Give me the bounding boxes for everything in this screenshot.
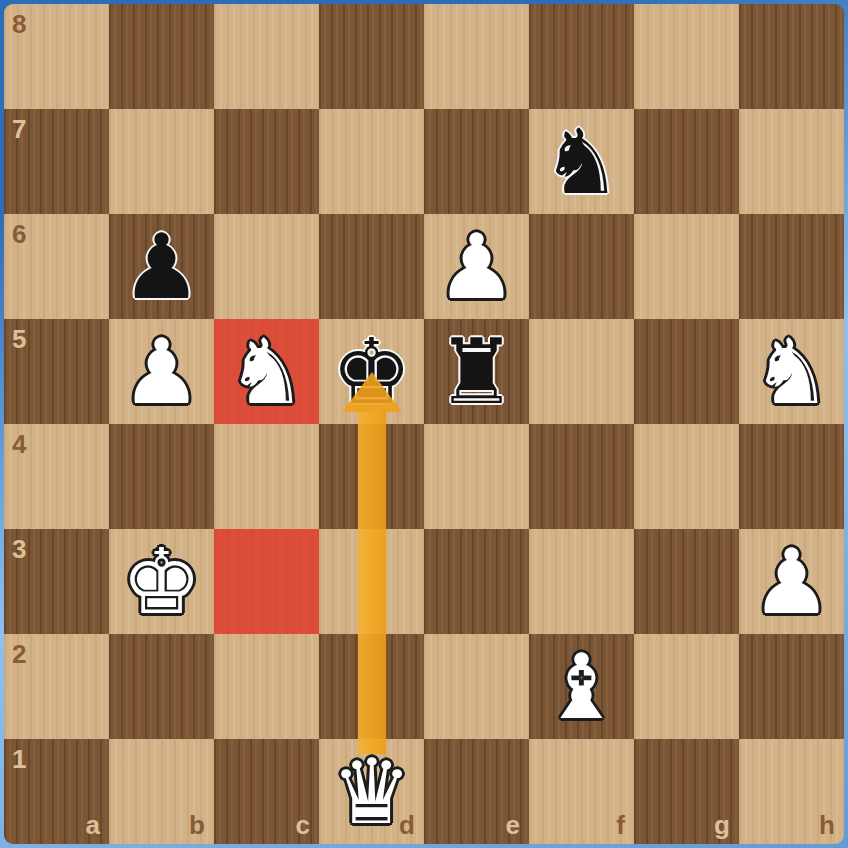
chess-board: 87♞6♟♟5♟♞♚♜♞43♚♟2♝1abcd♛efgh — [4, 4, 844, 844]
square-b6[interactable]: ♟ — [109, 214, 214, 319]
rank-label-5: 5 — [12, 324, 26, 355]
square-e1[interactable]: e — [424, 739, 529, 844]
rank-label-2: 2 — [12, 639, 26, 670]
chess-app-background: { "game": "chess", "position": { "fen": … — [0, 0, 848, 848]
square-d6[interactable] — [319, 214, 424, 319]
square-f1[interactable]: f — [529, 739, 634, 844]
square-g7[interactable] — [634, 109, 739, 214]
square-b4[interactable] — [109, 424, 214, 529]
square-a7[interactable]: 7 — [4, 109, 109, 214]
white-knight[interactable]: ♞ — [739, 319, 844, 424]
square-b1[interactable]: b — [109, 739, 214, 844]
square-g3[interactable] — [634, 529, 739, 634]
square-f6[interactable] — [529, 214, 634, 319]
white-pawn[interactable]: ♟ — [109, 319, 214, 424]
square-a5[interactable]: 5 — [4, 319, 109, 424]
file-label-c: c — [296, 810, 310, 841]
square-h6[interactable] — [739, 214, 844, 319]
file-label-e: e — [506, 810, 520, 841]
square-d4[interactable] — [319, 424, 424, 529]
black-king[interactable]: ♚ — [319, 319, 424, 424]
square-d7[interactable] — [319, 109, 424, 214]
square-a6[interactable]: 6 — [4, 214, 109, 319]
square-b7[interactable] — [109, 109, 214, 214]
square-g5[interactable] — [634, 319, 739, 424]
square-d5[interactable]: ♚ — [319, 319, 424, 424]
square-a1[interactable]: 1a — [4, 739, 109, 844]
white-knight[interactable]: ♞ — [214, 319, 319, 424]
white-bishop[interactable]: ♝ — [529, 634, 634, 739]
white-king[interactable]: ♚ — [109, 529, 214, 634]
square-e7[interactable] — [424, 109, 529, 214]
square-h4[interactable] — [739, 424, 844, 529]
square-e6[interactable]: ♟ — [424, 214, 529, 319]
file-label-f: f — [616, 810, 625, 841]
square-b2[interactable] — [109, 634, 214, 739]
square-e2[interactable] — [424, 634, 529, 739]
square-e5[interactable]: ♜ — [424, 319, 529, 424]
square-b3[interactable]: ♚ — [109, 529, 214, 634]
square-f8[interactable] — [529, 4, 634, 109]
square-g6[interactable] — [634, 214, 739, 319]
square-d3[interactable] — [319, 529, 424, 634]
rank-label-8: 8 — [12, 9, 26, 40]
white-pawn[interactable]: ♟ — [739, 529, 844, 634]
square-h8[interactable] — [739, 4, 844, 109]
square-c4[interactable] — [214, 424, 319, 529]
square-c2[interactable] — [214, 634, 319, 739]
square-h1[interactable]: h — [739, 739, 844, 844]
rank-label-1: 1 — [12, 744, 26, 775]
white-queen[interactable]: ♛ — [319, 739, 424, 844]
square-g2[interactable] — [634, 634, 739, 739]
square-d2[interactable] — [319, 634, 424, 739]
square-a8[interactable]: 8 — [4, 4, 109, 109]
square-c1[interactable]: c — [214, 739, 319, 844]
black-pawn[interactable]: ♟ — [109, 214, 214, 319]
white-pawn[interactable]: ♟ — [424, 214, 529, 319]
square-b8[interactable] — [109, 4, 214, 109]
square-e4[interactable] — [424, 424, 529, 529]
file-label-g: g — [714, 810, 730, 841]
square-g1[interactable]: g — [634, 739, 739, 844]
file-label-h: h — [819, 810, 835, 841]
square-c7[interactable] — [214, 109, 319, 214]
square-f5[interactable] — [529, 319, 634, 424]
black-knight[interactable]: ♞ — [529, 109, 634, 214]
file-label-b: b — [189, 810, 205, 841]
rank-label-6: 6 — [12, 219, 26, 250]
square-a4[interactable]: 4 — [4, 424, 109, 529]
square-e8[interactable] — [424, 4, 529, 109]
square-g4[interactable] — [634, 424, 739, 529]
square-b5[interactable]: ♟ — [109, 319, 214, 424]
rank-label-3: 3 — [12, 534, 26, 565]
file-label-a: a — [86, 810, 100, 841]
square-h2[interactable] — [739, 634, 844, 739]
square-f3[interactable] — [529, 529, 634, 634]
square-f2[interactable]: ♝ — [529, 634, 634, 739]
square-a3[interactable]: 3 — [4, 529, 109, 634]
square-g8[interactable] — [634, 4, 739, 109]
rank-label-4: 4 — [12, 429, 26, 460]
square-a2[interactable]: 2 — [4, 634, 109, 739]
square-h5[interactable]: ♞ — [739, 319, 844, 424]
square-c6[interactable] — [214, 214, 319, 319]
square-c5[interactable]: ♞ — [214, 319, 319, 424]
square-f4[interactable] — [529, 424, 634, 529]
square-d8[interactable] — [319, 4, 424, 109]
rank-label-7: 7 — [12, 114, 26, 145]
square-e3[interactable] — [424, 529, 529, 634]
black-rook[interactable]: ♜ — [424, 319, 529, 424]
square-d1[interactable]: d♛ — [319, 739, 424, 844]
square-h7[interactable] — [739, 109, 844, 214]
square-c8[interactable] — [214, 4, 319, 109]
square-h3[interactable]: ♟ — [739, 529, 844, 634]
highlight-square-c3 — [214, 529, 319, 634]
square-f7[interactable]: ♞ — [529, 109, 634, 214]
square-c3[interactable] — [214, 529, 319, 634]
